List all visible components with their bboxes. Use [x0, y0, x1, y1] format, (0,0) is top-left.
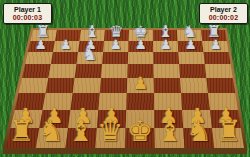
piece-white-knight-g1[interactable]: ♞ — [186, 117, 212, 146]
piece-white-king-e1[interactable]: ♚ — [127, 117, 153, 146]
piece-black-pawn-g7[interactable]: ♟ — [185, 38, 197, 51]
piece-black-knight-c6[interactable]: ♞ — [82, 46, 97, 63]
piece-white-rook-a1[interactable]: ♜ — [9, 117, 35, 146]
piece-white-bishop-c1[interactable]: ♝ — [68, 117, 94, 146]
piece-black-pawn-d7[interactable]: ♟ — [110, 38, 122, 51]
piece-white-knight-b1[interactable]: ♞ — [38, 117, 64, 146]
chess-game-screen: ♜♝♛♚♝♞♜♟♟♟♟♟♟♟♟♞♟♟♟♟♟♟♟♟♜♞♝♛♚♝♞♜ Player … — [0, 0, 250, 157]
piece-black-pawn-f7[interactable]: ♟ — [160, 38, 172, 51]
player1-time: 00:00:03 — [13, 14, 43, 22]
piece-white-pawn-e4[interactable]: ♟ — [133, 75, 148, 92]
player2-name: Player 2 — [210, 6, 237, 14]
piece-black-pawn-h7[interactable]: ♟ — [210, 38, 222, 51]
player1-name: Player 1 — [14, 6, 41, 14]
piece-black-pawn-b7[interactable]: ♟ — [60, 38, 72, 51]
player2-time: 00:00:02 — [209, 14, 239, 22]
piece-black-pawn-a7[interactable]: ♟ — [35, 38, 47, 51]
piece-white-bishop-f1[interactable]: ♝ — [156, 117, 182, 146]
piece-black-pawn-e7[interactable]: ♟ — [135, 38, 147, 51]
player1-clock-badge: Player 1 00:00:03 — [3, 3, 52, 24]
player2-clock-badge: Player 2 00:00:02 — [199, 3, 248, 24]
piece-white-rook-h1[interactable]: ♜ — [216, 117, 242, 146]
pieces-layer: ♜♝♛♚♝♞♜♟♟♟♟♟♟♟♟♞♟♟♟♟♟♟♟♟♜♞♝♛♚♝♞♜ — [0, 0, 250, 157]
piece-white-queen-d1[interactable]: ♛ — [97, 117, 123, 146]
